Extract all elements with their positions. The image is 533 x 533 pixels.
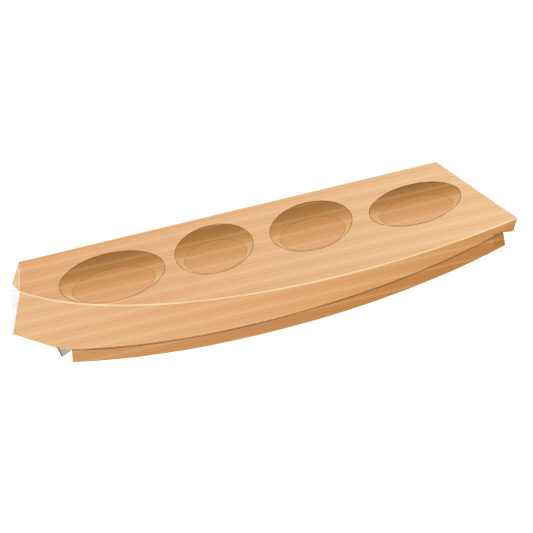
wooden-four-well-tray bbox=[0, 0, 533, 533]
product-photo bbox=[0, 0, 533, 533]
